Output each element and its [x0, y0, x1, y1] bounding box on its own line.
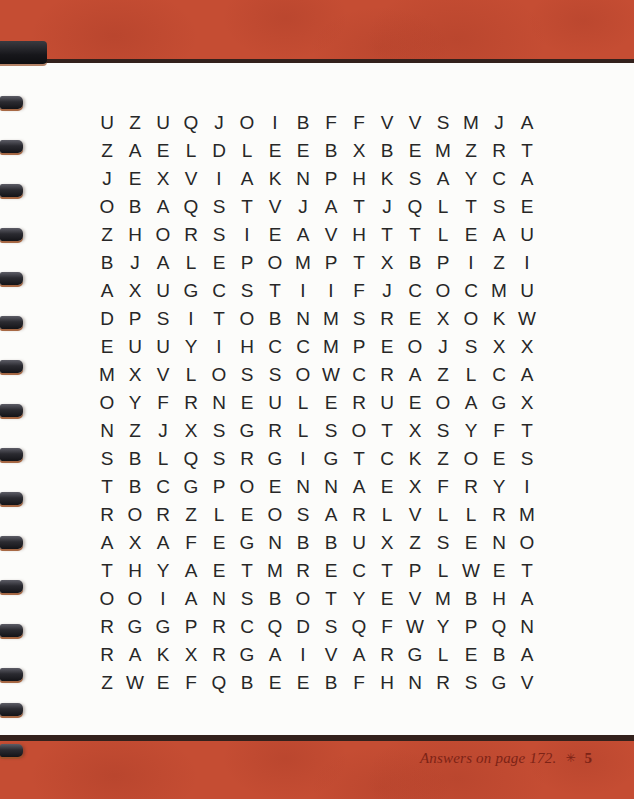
grid-cell: V — [317, 220, 345, 248]
grid-cell: J — [485, 108, 513, 136]
grid-cell: D — [205, 136, 233, 164]
grid-cell: P — [317, 248, 345, 276]
grid-cell: X — [345, 136, 373, 164]
grid-cell: S — [457, 668, 485, 696]
grid-cell: F — [177, 528, 205, 556]
grid-cell: G — [485, 668, 513, 696]
grid-cell: V — [513, 668, 541, 696]
spiral-coil — [0, 96, 23, 109]
grid-cell: E — [205, 528, 233, 556]
grid-cell: E — [457, 220, 485, 248]
grid-cell: A — [121, 136, 149, 164]
grid-cell: G — [317, 444, 345, 472]
grid-cell: E — [373, 584, 401, 612]
grid-cell: L — [233, 136, 261, 164]
grid-cell: Z — [401, 528, 429, 556]
grid-cell: A — [121, 640, 149, 668]
grid-cell: O — [457, 304, 485, 332]
grid-cell: M — [485, 276, 513, 304]
grid-cell: O — [261, 500, 289, 528]
grid-cell: J — [149, 416, 177, 444]
grid-cell: G — [177, 276, 205, 304]
word-search-grid: UZUQJOIBFFVVSMJAZAELDLEEBXBEMZRTJEXVIAKN… — [93, 108, 541, 696]
grid-cell: E — [317, 556, 345, 584]
grid-cell: Z — [93, 220, 121, 248]
grid-cell: N — [261, 528, 289, 556]
grid-cell: R — [345, 500, 373, 528]
grid-cell: S — [345, 304, 373, 332]
grid-cell: B — [317, 528, 345, 556]
grid-cell: T — [345, 444, 373, 472]
grid-cell: Y — [457, 416, 485, 444]
grid-cell: S — [401, 164, 429, 192]
grid-cell: A — [149, 528, 177, 556]
grid-cell: S — [429, 528, 457, 556]
grid-cell: I — [289, 444, 317, 472]
spiral-coil — [0, 184, 23, 197]
grid-cell: X — [177, 416, 205, 444]
grid-cell: V — [401, 108, 429, 136]
grid-cell: B — [121, 472, 149, 500]
grid-cell: X — [177, 640, 205, 668]
grid-cell: O — [429, 276, 457, 304]
grid-cell: I — [289, 640, 317, 668]
grid-cell: X — [121, 360, 149, 388]
grid-cell: P — [205, 472, 233, 500]
grid-cell: A — [317, 500, 345, 528]
grid-cell: N — [513, 612, 541, 640]
grid-cell: E — [401, 136, 429, 164]
grid-cell: E — [373, 332, 401, 360]
grid-cell: G — [233, 528, 261, 556]
grid-cell: T — [345, 192, 373, 220]
spiral-coil — [0, 536, 23, 549]
grid-cell: V — [261, 192, 289, 220]
grid-cell: A — [513, 360, 541, 388]
grid-cell: C — [149, 472, 177, 500]
grid-cell: E — [261, 472, 289, 500]
grid-cell: A — [513, 640, 541, 668]
grid-cell: Q — [485, 612, 513, 640]
grid-cell: V — [401, 500, 429, 528]
grid-cell: O — [93, 192, 121, 220]
grid-cell: S — [205, 192, 233, 220]
grid-cell: G — [261, 444, 289, 472]
grid-cell: B — [261, 304, 289, 332]
grid-cell: P — [429, 248, 457, 276]
grid-cell: L — [457, 500, 485, 528]
grid-cell: E — [205, 556, 233, 584]
grid-cell: O — [233, 108, 261, 136]
grid-cell: H — [345, 164, 373, 192]
grid-cell: O — [289, 360, 317, 388]
grid-cell: I — [289, 276, 317, 304]
spiral-coil — [0, 360, 23, 373]
grid-cell: L — [149, 444, 177, 472]
grid-cell: A — [513, 108, 541, 136]
grid-cell: F — [345, 108, 373, 136]
grid-cell: G — [233, 640, 261, 668]
grid-cell: M — [317, 304, 345, 332]
grid-cell: P — [345, 332, 373, 360]
grid-cell: R — [149, 500, 177, 528]
grid-cell: O — [205, 360, 233, 388]
grid-cell: T — [317, 584, 345, 612]
grid-cell: J — [121, 248, 149, 276]
spiral-coil — [0, 404, 23, 417]
grid-cell: Q — [205, 668, 233, 696]
grid-cell: E — [233, 500, 261, 528]
grid-cell: G — [485, 388, 513, 416]
grid-cell: R — [205, 612, 233, 640]
grid-cell: B — [373, 136, 401, 164]
grid-cell: O — [149, 220, 177, 248]
grid-cell: C — [485, 360, 513, 388]
grid-cell: J — [205, 108, 233, 136]
grid-cell: T — [93, 472, 121, 500]
grid-cell: M — [429, 584, 457, 612]
grid-cell: S — [93, 444, 121, 472]
grid-cell: Q — [401, 192, 429, 220]
grid-cell: X — [121, 528, 149, 556]
grid-cell: E — [317, 388, 345, 416]
grid-cell: U — [149, 332, 177, 360]
grid-cell: L — [177, 136, 205, 164]
grid-cell: T — [373, 416, 401, 444]
grid-cell: N — [401, 668, 429, 696]
grid-cell: Q — [345, 612, 373, 640]
grid-cell: E — [261, 220, 289, 248]
grid-cell: N — [289, 304, 317, 332]
grid-cell: F — [317, 108, 345, 136]
grid-cell: Z — [121, 416, 149, 444]
grid-cell: C — [457, 276, 485, 304]
grid-cell: S — [205, 220, 233, 248]
grid-cell: W — [513, 304, 541, 332]
grid-cell: H — [485, 584, 513, 612]
grid-cell: Y — [457, 164, 485, 192]
grid-cell: L — [429, 192, 457, 220]
grid-cell: X — [401, 416, 429, 444]
spiral-coil — [0, 41, 47, 64]
grid-cell: U — [261, 388, 289, 416]
grid-cell: M — [261, 556, 289, 584]
grid-cell: S — [317, 416, 345, 444]
grid-cell: O — [121, 584, 149, 612]
grid-cell: C — [401, 276, 429, 304]
grid-cell: S — [233, 584, 261, 612]
grid-cell: T — [401, 220, 429, 248]
grid-cell: S — [233, 276, 261, 304]
grid-cell: A — [289, 220, 317, 248]
page-number: 5 — [585, 750, 593, 767]
grid-cell: X — [513, 332, 541, 360]
grid-cell: T — [373, 220, 401, 248]
grid-cell: Y — [429, 612, 457, 640]
grid-cell: A — [485, 220, 513, 248]
grid-cell: E — [485, 556, 513, 584]
grid-cell: A — [177, 556, 205, 584]
grid-cell: T — [345, 248, 373, 276]
grid-cell: E — [373, 472, 401, 500]
grid-cell: O — [429, 388, 457, 416]
grid-cell: E — [205, 248, 233, 276]
grid-cell: O — [513, 528, 541, 556]
grid-cell: A — [513, 164, 541, 192]
grid-cell: I — [261, 108, 289, 136]
grid-cell: D — [93, 304, 121, 332]
grid-cell: A — [149, 248, 177, 276]
grid-cell: T — [261, 276, 289, 304]
grid-cell: B — [317, 136, 345, 164]
grid-cell: P — [233, 248, 261, 276]
answers-note: Answers on page 172. — [420, 750, 557, 767]
grid-cell: N — [93, 416, 121, 444]
grid-cell: S — [289, 500, 317, 528]
grid-cell: H — [345, 220, 373, 248]
grid-cell: S — [205, 416, 233, 444]
grid-cell: B — [317, 668, 345, 696]
grid-cell: R — [373, 360, 401, 388]
grid-cell: F — [345, 668, 373, 696]
grid-cell: L — [373, 500, 401, 528]
grid-cell: C — [345, 556, 373, 584]
grid-cell: V — [177, 164, 205, 192]
grid-cell: T — [233, 192, 261, 220]
grid-cell: X — [429, 304, 457, 332]
grid-cell: N — [485, 528, 513, 556]
grid-cell: O — [261, 248, 289, 276]
grid-cell: A — [457, 388, 485, 416]
grid-cell: P — [177, 612, 205, 640]
grid-cell: Z — [93, 136, 121, 164]
grid-cell: R — [457, 472, 485, 500]
grid-cell: G — [121, 612, 149, 640]
grid-cell: Z — [485, 248, 513, 276]
grid-cell: I — [317, 276, 345, 304]
grid-cell: A — [345, 640, 373, 668]
grid-cell: I — [205, 164, 233, 192]
grid-cell: E — [261, 136, 289, 164]
book-cover-top-band — [0, 0, 634, 60]
grid-cell: O — [289, 584, 317, 612]
grid-cell: D — [289, 612, 317, 640]
grid-cell: J — [289, 192, 317, 220]
grid-cell: Q — [177, 444, 205, 472]
grid-cell: J — [373, 276, 401, 304]
grid-cell: O — [233, 304, 261, 332]
grid-cell: G — [233, 416, 261, 444]
grid-cell: Y — [177, 332, 205, 360]
grid-cell: Y — [485, 472, 513, 500]
grid-cell: J — [93, 164, 121, 192]
grid-cell: R — [429, 668, 457, 696]
grid-cell: L — [177, 360, 205, 388]
grid-cell: I — [513, 248, 541, 276]
grid-cell: S — [429, 108, 457, 136]
grid-cell: M — [457, 108, 485, 136]
grid-cell: A — [93, 528, 121, 556]
grid-cell: M — [289, 248, 317, 276]
grid-cell: F — [373, 612, 401, 640]
grid-cell: A — [149, 192, 177, 220]
grid-cell: Z — [177, 500, 205, 528]
grid-cell: R — [373, 304, 401, 332]
grid-cell: L — [429, 500, 457, 528]
grid-cell: F — [177, 668, 205, 696]
spiral-coil — [0, 492, 23, 505]
grid-cell: Q — [177, 108, 205, 136]
grid-cell: N — [317, 472, 345, 500]
grid-cell: J — [429, 332, 457, 360]
grid-cell: I — [457, 248, 485, 276]
grid-cell: A — [93, 276, 121, 304]
grid-cell: K — [401, 444, 429, 472]
grid-cell: S — [457, 332, 485, 360]
grid-cell: T — [513, 556, 541, 584]
grid-cell: R — [485, 136, 513, 164]
grid-cell: E — [513, 192, 541, 220]
grid-cell: H — [121, 220, 149, 248]
grid-cell: E — [457, 528, 485, 556]
spiral-coil — [0, 316, 23, 329]
grid-cell: B — [289, 528, 317, 556]
grid-cell: N — [289, 472, 317, 500]
grid-cell: B — [261, 584, 289, 612]
grid-cell: M — [93, 360, 121, 388]
grid-cell: T — [457, 192, 485, 220]
grid-cell: U — [121, 332, 149, 360]
grid-cell: U — [513, 276, 541, 304]
grid-cell: Q — [177, 192, 205, 220]
spiral-coil — [0, 140, 23, 153]
grid-cell: H — [121, 556, 149, 584]
grid-cell: A — [317, 192, 345, 220]
grid-cell: Z — [457, 136, 485, 164]
grid-cell: T — [205, 304, 233, 332]
grid-cell: F — [485, 416, 513, 444]
grid-cell: M — [429, 136, 457, 164]
grid-cell: O — [457, 444, 485, 472]
grid-cell: S — [485, 192, 513, 220]
grid-cell: L — [289, 388, 317, 416]
grid-cell: R — [93, 640, 121, 668]
grid-cell: B — [401, 248, 429, 276]
grid-cell: E — [233, 388, 261, 416]
spiral-coil — [0, 448, 23, 461]
grid-cell: K — [261, 164, 289, 192]
grid-cell: N — [289, 164, 317, 192]
grid-cell: Z — [93, 668, 121, 696]
grid-cell: U — [149, 276, 177, 304]
grid-cell: B — [121, 192, 149, 220]
grid-cell: E — [121, 164, 149, 192]
grid-cell: X — [149, 164, 177, 192]
grid-cell: E — [261, 668, 289, 696]
grid-cell: S — [317, 612, 345, 640]
grid-cell: E — [401, 304, 429, 332]
grid-cell: T — [373, 556, 401, 584]
grid-cell: R — [373, 640, 401, 668]
grid-cell: M — [513, 500, 541, 528]
grid-cell: C — [485, 164, 513, 192]
grid-cell: I — [177, 304, 205, 332]
grid-cell: I — [233, 220, 261, 248]
grid-cell: R — [177, 220, 205, 248]
grid-cell: X — [373, 248, 401, 276]
grid-cell: T — [93, 556, 121, 584]
spiral-coil — [0, 624, 23, 637]
grid-cell: R — [261, 416, 289, 444]
grid-cell: G — [149, 612, 177, 640]
grid-cell: R — [177, 388, 205, 416]
grid-cell: O — [345, 416, 373, 444]
grid-cell: X — [373, 528, 401, 556]
grid-cell: R — [93, 612, 121, 640]
grid-cell: X — [401, 472, 429, 500]
grid-cell: Y — [345, 584, 373, 612]
spiral-coil — [0, 703, 23, 716]
grid-cell: C — [205, 276, 233, 304]
grid-cell: L — [457, 360, 485, 388]
grid-cell: A — [177, 584, 205, 612]
grid-cell: F — [149, 388, 177, 416]
grid-cell: A — [345, 472, 373, 500]
grid-cell: F — [429, 472, 457, 500]
grid-cell: K — [485, 304, 513, 332]
grid-cell: R — [485, 500, 513, 528]
grid-cell: X — [485, 332, 513, 360]
grid-cell: V — [373, 108, 401, 136]
grid-cell: E — [149, 136, 177, 164]
grid-cell: K — [149, 640, 177, 668]
grid-cell: Y — [121, 388, 149, 416]
grid-cell: B — [485, 640, 513, 668]
grid-cell: Z — [121, 108, 149, 136]
grid-cell: E — [149, 668, 177, 696]
grid-cell: B — [121, 444, 149, 472]
grid-cell: C — [345, 360, 373, 388]
grid-cell: C — [261, 332, 289, 360]
spiral-coil — [0, 272, 23, 285]
grid-cell: W — [121, 668, 149, 696]
grid-cell: W — [401, 612, 429, 640]
grid-cell: V — [401, 584, 429, 612]
grid-cell: X — [121, 276, 149, 304]
grid-cell: Y — [149, 556, 177, 584]
grid-cell: E — [289, 668, 317, 696]
grid-cell: I — [149, 584, 177, 612]
grid-cell: L — [429, 556, 457, 584]
grid-cell: Q — [261, 612, 289, 640]
grid-cell: U — [513, 220, 541, 248]
spiral-coil — [0, 228, 23, 241]
grid-cell: O — [93, 388, 121, 416]
grid-cell: Z — [429, 360, 457, 388]
grid-cell: T — [513, 416, 541, 444]
grid-cell: L — [177, 248, 205, 276]
grid-cell: O — [233, 472, 261, 500]
grid-cell: J — [373, 192, 401, 220]
grid-cell: E — [457, 640, 485, 668]
grid-cell: S — [429, 416, 457, 444]
grid-cell: G — [177, 472, 205, 500]
grid-cell: R — [93, 500, 121, 528]
spiral-coil — [0, 744, 23, 757]
grid-cell: S — [513, 444, 541, 472]
grid-cell: P — [121, 304, 149, 332]
spiral-coil — [0, 668, 23, 681]
